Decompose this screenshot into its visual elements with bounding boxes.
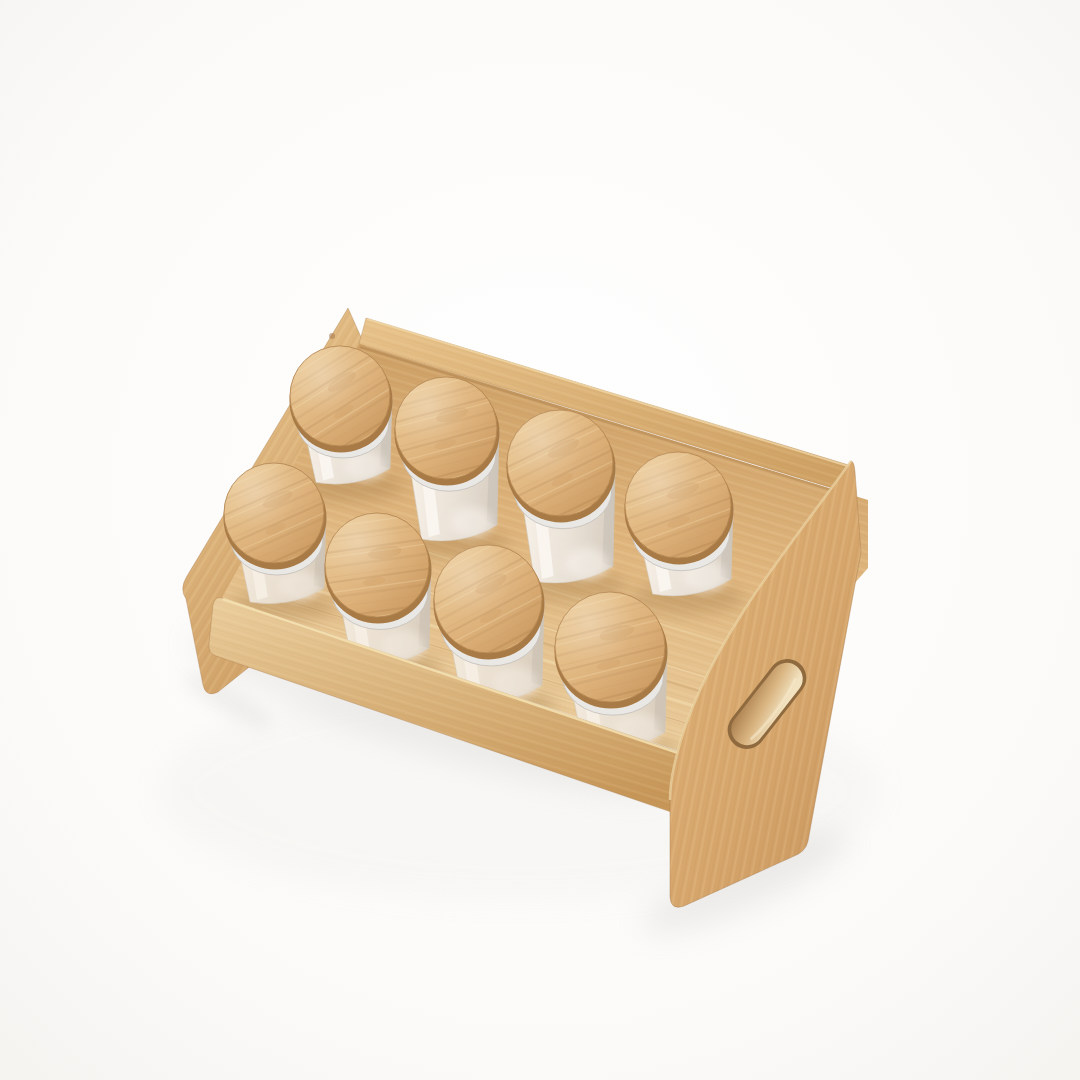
left-panel-peg-hole bbox=[329, 333, 335, 339]
lid-sheen bbox=[290, 346, 390, 446]
lid-sheen bbox=[507, 410, 613, 516]
lid-sheen bbox=[325, 513, 429, 617]
lid-sheen bbox=[434, 545, 542, 653]
product-photo-canvas bbox=[0, 0, 1080, 1080]
lid-sheen bbox=[555, 592, 665, 702]
product-photo bbox=[0, 0, 1080, 1080]
lid-sheen bbox=[625, 452, 731, 558]
lid-sheen bbox=[224, 463, 324, 563]
lid-sheen bbox=[395, 377, 497, 479]
